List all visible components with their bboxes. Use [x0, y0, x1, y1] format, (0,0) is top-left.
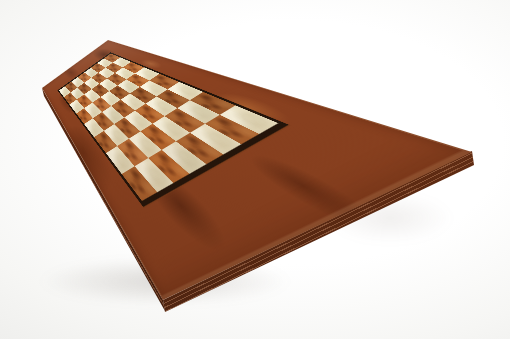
- playing-area: [59, 53, 278, 200]
- photo-scene: [0, 0, 510, 339]
